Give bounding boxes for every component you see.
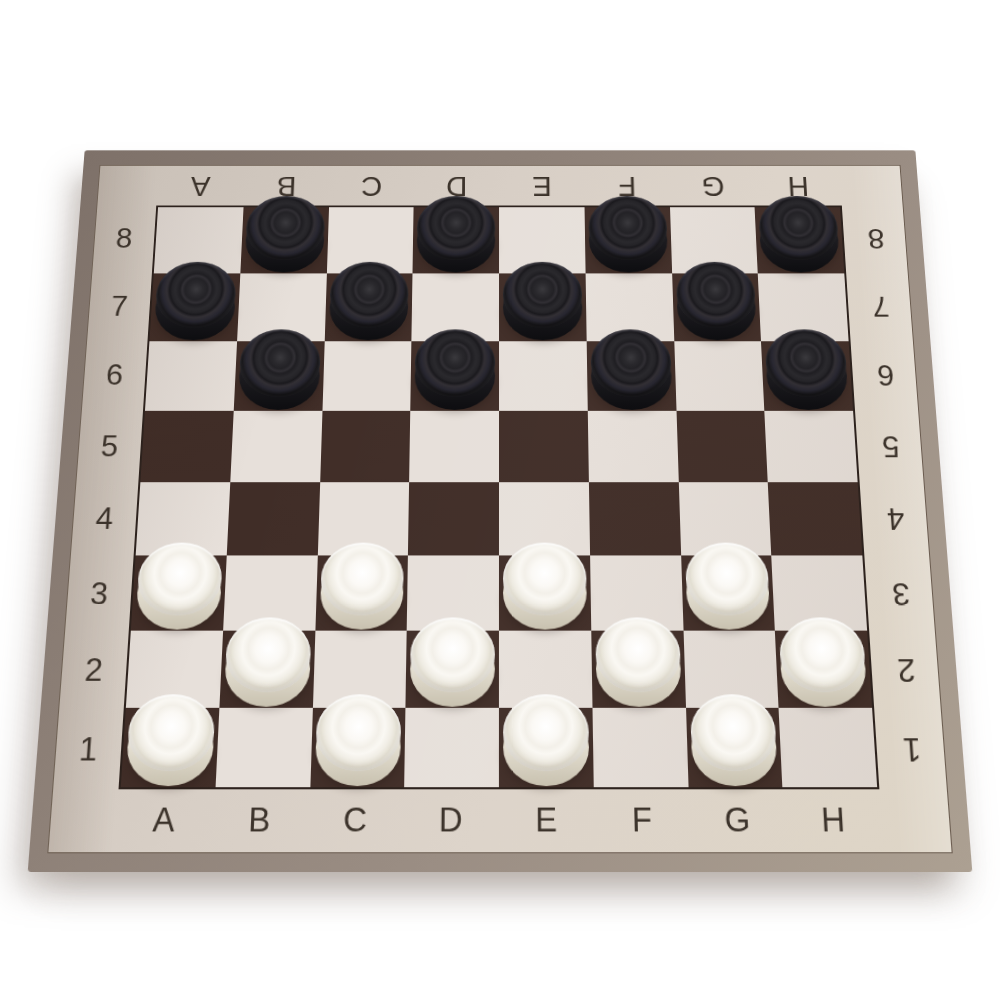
white-checker-top-layer	[595, 617, 681, 692]
piece-white-b2[interactable]	[219, 631, 315, 708]
file-label-top-text: C	[360, 172, 383, 199]
square-d5[interactable]	[409, 411, 499, 482]
piece-white-a1[interactable]	[121, 708, 219, 787]
perspective-wrapper: ABCDEFGH 87654321 87654321 ABCDEFGH	[28, 150, 973, 872]
square-f1[interactable]	[592, 708, 688, 787]
rank-label-left-text: 5	[100, 431, 120, 460]
file-label-top-e: E	[499, 166, 585, 206]
square-h5[interactable]	[765, 411, 858, 482]
rank-label-right-text: 2	[895, 654, 916, 686]
piece-black-a7[interactable]	[149, 273, 240, 341]
piece-white-g1[interactable]	[686, 708, 783, 787]
square-c3[interactable]	[315, 555, 408, 630]
square-b1[interactable]	[215, 708, 312, 787]
square-c7[interactable]	[324, 273, 412, 341]
square-d4[interactable]	[408, 482, 499, 555]
piece-black-h6[interactable]	[761, 341, 853, 411]
file-label-top-text: A	[189, 172, 211, 199]
rank-label-right-5: 5	[857, 410, 924, 482]
piece-white-e3[interactable]	[499, 555, 591, 630]
rank-label-right-3: 3	[866, 556, 934, 632]
board-margin-paper: ABCDEFGH 87654321 87654321 ABCDEFGH	[47, 165, 952, 853]
rank-label-left-text: 4	[95, 504, 115, 534]
square-f5[interactable]	[588, 411, 679, 482]
rank-label-right-text: 1	[901, 733, 922, 766]
square-e5[interactable]	[499, 411, 589, 482]
file-label-top-text: E	[531, 172, 552, 199]
file-label-bottom-text: E	[535, 803, 558, 837]
piece-white-h2[interactable]	[775, 631, 872, 708]
square-e1[interactable]	[499, 708, 594, 787]
file-label-bottom-text: A	[152, 803, 177, 837]
square-d2[interactable]	[406, 631, 499, 708]
piece-black-e7[interactable]	[499, 273, 586, 341]
square-d1[interactable]	[404, 708, 499, 787]
rank-label-left-text: 8	[115, 225, 134, 252]
photo-scene: ABCDEFGH 87654321 87654321 ABCDEFGH	[0, 0, 1000, 1000]
piece-white-g3[interactable]	[681, 555, 775, 630]
file-label-bottom-c: C	[307, 787, 404, 852]
square-f6[interactable]	[586, 341, 676, 411]
square-g5[interactable]	[676, 411, 768, 482]
square-f2[interactable]	[591, 631, 685, 708]
file-label-bottom-a: A	[114, 787, 213, 852]
file-label-bottom-b: B	[211, 787, 309, 852]
rank-label-left-3: 3	[65, 556, 133, 632]
piece-white-e1[interactable]	[499, 708, 594, 787]
square-a7[interactable]	[149, 273, 240, 341]
black-checker-top-layer	[503, 262, 582, 328]
piece-black-g7[interactable]	[672, 273, 762, 341]
rank-label-right-text: 7	[870, 292, 890, 320]
checkers-board: ABCDEFGH 87654321 87654321 ABCDEFGH	[28, 150, 973, 872]
file-label-bottom-text: H	[820, 803, 847, 837]
square-c1[interactable]	[310, 708, 406, 787]
piece-black-c7[interactable]	[324, 273, 412, 341]
rank-label-left-text: 2	[84, 654, 105, 686]
square-e6[interactable]	[499, 341, 588, 411]
square-g1[interactable]	[686, 708, 783, 787]
file-label-top-text: G	[700, 172, 725, 199]
rank-label-left-6: 6	[82, 340, 148, 410]
rank-label-left-4: 4	[71, 482, 139, 556]
square-h4[interactable]	[768, 482, 862, 555]
square-a1[interactable]	[121, 708, 219, 787]
rank-label-right-1: 1	[876, 709, 947, 789]
square-b6[interactable]	[233, 341, 324, 411]
black-checker-top-layer	[590, 329, 672, 396]
rank-label-right-2: 2	[871, 632, 940, 710]
file-label-top-a: A	[156, 166, 244, 206]
piece-black-b6[interactable]	[233, 341, 324, 411]
square-b4[interactable]	[226, 482, 319, 555]
rank-label-right-6: 6	[852, 340, 918, 410]
square-f8[interactable]	[584, 207, 671, 273]
square-c5[interactable]	[320, 411, 411, 482]
square-g3[interactable]	[681, 555, 775, 630]
rank-label-right-text: 8	[866, 225, 885, 252]
square-d8[interactable]	[413, 207, 499, 273]
square-h8[interactable]	[755, 207, 844, 273]
file-labels-bottom: ABCDEFGH	[114, 787, 883, 852]
rank-label-right-text: 3	[890, 578, 911, 609]
file-label-top-c: C	[328, 166, 414, 206]
rank-label-right-text: 5	[880, 431, 900, 460]
white-checker-top-layer	[410, 617, 495, 692]
file-label-bottom-text: F	[631, 803, 653, 837]
file-label-bottom-g: G	[689, 787, 787, 852]
piece-white-d2[interactable]	[406, 631, 499, 708]
black-checker-top-layer	[415, 329, 495, 396]
piece-white-f2[interactable]	[591, 631, 685, 708]
piece-white-a3[interactable]	[131, 555, 227, 630]
black-checker-top-layer	[588, 196, 667, 260]
square-h2[interactable]	[775, 631, 872, 708]
black-checker-top-layer	[417, 196, 495, 260]
square-g6[interactable]	[674, 341, 765, 411]
piece-white-c1[interactable]	[310, 708, 406, 787]
file-label-bottom-e: E	[499, 787, 595, 852]
square-e3[interactable]	[499, 555, 591, 630]
square-a3[interactable]	[131, 555, 227, 630]
rank-label-right-7: 7	[848, 272, 913, 340]
board-placement: ABCDEFGH 87654321 87654321 ABCDEFGH	[58, 116, 942, 860]
rank-label-right-text: 6	[875, 361, 895, 390]
square-f4[interactable]	[589, 482, 681, 555]
square-a5[interactable]	[140, 411, 233, 482]
rank-label-left-text: 6	[105, 361, 125, 390]
rank-label-left-1: 1	[53, 709, 124, 789]
file-label-bottom-text: C	[343, 803, 369, 837]
square-b5[interactable]	[230, 411, 322, 482]
square-a6[interactable]	[145, 341, 237, 411]
board-grid	[119, 206, 880, 790]
square-b2[interactable]	[219, 631, 315, 708]
square-g7[interactable]	[672, 273, 762, 341]
piece-white-c3[interactable]	[315, 555, 408, 630]
piece-black-b8[interactable]	[240, 207, 328, 273]
rank-label-right-text: 4	[885, 504, 905, 534]
file-labels-top: ABCDEFGH	[156, 166, 842, 206]
square-c6[interactable]	[322, 341, 412, 411]
file-label-bottom-text: B	[248, 803, 272, 837]
white-checker-top-layer	[503, 694, 589, 771]
square-e7[interactable]	[499, 273, 586, 341]
piece-black-d8[interactable]	[413, 207, 499, 273]
rank-label-left-text: 7	[110, 292, 130, 320]
square-h6[interactable]	[761, 341, 853, 411]
piece-black-h8[interactable]	[755, 207, 844, 273]
rank-label-left-text: 3	[89, 578, 110, 609]
rank-label-left-text: 1	[78, 733, 99, 766]
white-checker-top-layer	[503, 543, 587, 616]
rank-label-left-2: 2	[59, 632, 128, 710]
square-b8[interactable]	[240, 207, 328, 273]
square-h1[interactable]	[779, 708, 877, 787]
piece-black-f8[interactable]	[584, 207, 671, 273]
rank-label-left-7: 7	[87, 272, 152, 340]
file-label-bottom-h: H	[784, 787, 883, 852]
rank-label-left-8: 8	[92, 206, 156, 273]
rank-label-right-8: 8	[844, 206, 908, 273]
file-label-bottom-f: F	[594, 787, 691, 852]
piece-black-f6[interactable]	[586, 341, 676, 411]
file-label-top-g: G	[669, 166, 756, 206]
square-d6[interactable]	[411, 341, 500, 411]
rank-label-right-4: 4	[862, 482, 930, 556]
file-label-bottom-d: D	[403, 787, 499, 852]
file-label-bottom-text: D	[439, 803, 464, 837]
piece-black-d6[interactable]	[411, 341, 500, 411]
rank-label-left-5: 5	[76, 410, 143, 482]
file-label-bottom-text: G	[724, 803, 752, 837]
